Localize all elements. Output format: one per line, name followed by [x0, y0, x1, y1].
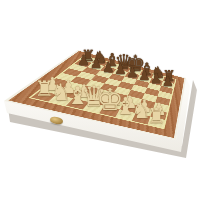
piece-bP-h7: ♟	[161, 75, 175, 89]
piece-wR-h1: ♜	[146, 106, 167, 127]
chess-set-photo: ♜♞♝♛♚♝♞♜♟♟♟♟♟♟♟♟♟♟♟♟♟♟♟♟♜♞♝♛♚♝♞♜	[0, 0, 200, 200]
